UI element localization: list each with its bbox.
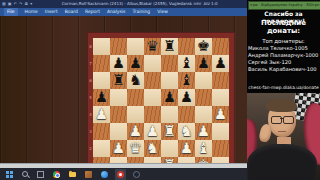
- screen: ▦ ▣ ↶ ↷ 🖶 ▾ Corman,Rolf-Sackmann (2413) …: [0, 0, 320, 180]
- streamer-hair: [266, 99, 297, 112]
- square-g3[interactable]: ♟: [195, 123, 212, 140]
- print-icon[interactable]: 🖶: [24, 2, 28, 6]
- black-pawn-b7[interactable]: ♟: [110, 55, 127, 72]
- black-pawn-h7[interactable]: ♟: [212, 55, 229, 72]
- menu-training[interactable]: Training: [132, 8, 150, 16]
- board-window-background: ♛♜♚♟♟♝♟♟♜♞♝♟♟♟♟♟♟♟♜♞♟♟♛♞♟♝♜♚ 87654321abc…: [0, 16, 247, 163]
- donor-entry: Микола Теличко-1005: [248, 45, 320, 52]
- square-f8[interactable]: [178, 38, 195, 55]
- square-h4[interactable]: ♟: [212, 106, 229, 123]
- square-d7[interactable]: [144, 55, 161, 72]
- square-e2[interactable]: [161, 140, 178, 157]
- square-a6[interactable]: [93, 72, 110, 89]
- square-c3[interactable]: ♟: [127, 123, 144, 140]
- square-a4[interactable]: ♟: [93, 106, 110, 123]
- square-g7[interactable]: ♟: [195, 55, 212, 72]
- square-h6[interactable]: [212, 72, 229, 89]
- rank-label-2: 2: [89, 147, 92, 151]
- save-icon[interactable]: ▣: [8, 2, 12, 6]
- chess-board: ♛♜♚♟♟♝♟♟♜♞♝♟♟♟♟♟♟♟♜♞♟♟♛♞♟♝♜♚: [93, 38, 229, 174]
- menu-board[interactable]: Board: [65, 8, 78, 16]
- redo-icon[interactable]: ↷: [19, 2, 22, 6]
- window-title: Corman,Rolf-Sackmann (2413) - Albus,Blak…: [32, 0, 247, 8]
- app-icon: ▦: [2, 2, 6, 6]
- square-d6[interactable]: [144, 72, 161, 89]
- stream-stats-bar: Ігри · Відбудовуємо Україну · 300грн: [248, 1, 320, 10]
- square-c7[interactable]: ♟: [127, 55, 144, 72]
- square-b5[interactable]: [110, 89, 127, 106]
- square-e8[interactable]: ♜: [161, 38, 178, 55]
- white-knight-f3[interactable]: ♞: [178, 123, 195, 140]
- square-h7[interactable]: ♟: [212, 55, 229, 72]
- square-g2[interactable]: ♝: [195, 140, 212, 157]
- white-queen-c2[interactable]: ♛: [127, 140, 144, 157]
- task-view-icon[interactable]: [37, 171, 44, 178]
- webcam-view: [247, 93, 320, 180]
- square-e4[interactable]: [161, 106, 178, 123]
- streamer-glasses: [270, 116, 294, 123]
- menu-file[interactable]: File: [4, 8, 18, 16]
- menu-insert[interactable]: Insert: [45, 8, 58, 16]
- rank-label-6: 6: [89, 79, 92, 83]
- white-pawn-b2[interactable]: ♟: [110, 140, 127, 157]
- menu-report[interactable]: Report: [85, 8, 100, 16]
- square-g6[interactable]: [195, 72, 212, 89]
- rank-label-5: 5: [89, 96, 92, 100]
- square-c2[interactable]: ♛: [127, 140, 144, 157]
- square-d2[interactable]: ♞: [144, 140, 161, 157]
- square-f2[interactable]: ♟: [178, 140, 195, 157]
- square-a8[interactable]: [93, 38, 110, 55]
- file-explorer-icon[interactable]: [69, 172, 76, 177]
- streamer-shirt: [247, 144, 317, 180]
- donor-entry: Василь Карабанович-100: [248, 66, 320, 73]
- square-g8[interactable]: ♚: [195, 38, 212, 55]
- square-a5[interactable]: ♟: [93, 89, 110, 106]
- square-f4[interactable]: [178, 106, 195, 123]
- white-knight-d2[interactable]: ♞: [144, 140, 161, 157]
- donate-link[interactable]: chess-fan-mwp.diaka.ua/donate: [247, 85, 320, 90]
- start-button-icon[interactable]: [6, 171, 13, 178]
- square-c4[interactable]: [127, 106, 144, 123]
- square-f7[interactable]: ♝: [178, 55, 195, 72]
- square-f3[interactable]: ♞: [178, 123, 195, 140]
- square-b6[interactable]: ♜: [110, 72, 127, 89]
- donor-list: Микола Теличко-1005 Андрей Паламарчук-10…: [248, 45, 320, 73]
- rank-label-4: 4: [89, 113, 92, 117]
- square-b4[interactable]: [110, 106, 127, 123]
- menu-bar: File Home Insert Board Report Analysis T…: [0, 8, 251, 16]
- steam-icon[interactable]: [133, 171, 140, 178]
- menu-view[interactable]: View: [157, 8, 168, 16]
- white-bishop-g2[interactable]: ♝: [195, 140, 212, 157]
- active-app-highlight[interactable]: [115, 169, 126, 180]
- square-c5[interactable]: [127, 89, 144, 106]
- square-b2[interactable]: ♟: [110, 140, 127, 157]
- square-d3[interactable]: ♟: [144, 123, 161, 140]
- white-pawn-a4[interactable]: ♟: [93, 106, 110, 123]
- search-icon[interactable]: [22, 171, 28, 177]
- square-e6[interactable]: [161, 72, 178, 89]
- square-e3[interactable]: ♜: [161, 123, 178, 140]
- square-c6[interactable]: ♞: [127, 72, 144, 89]
- square-h8[interactable]: [212, 38, 229, 55]
- recent-donates-title: Последние донаты:: [247, 19, 320, 35]
- black-pawn-a5[interactable]: ♟: [93, 89, 110, 106]
- rank-label-3: 3: [89, 130, 92, 134]
- square-d8[interactable]: ♛: [144, 38, 161, 55]
- edge-browser-icon[interactable]: [101, 171, 108, 178]
- square-a2[interactable]: [93, 140, 110, 157]
- black-rook-b6[interactable]: ♜: [110, 72, 127, 89]
- streamer-hand: [258, 123, 273, 143]
- stream-app-icon[interactable]: [117, 171, 124, 178]
- square-e7[interactable]: [161, 55, 178, 72]
- square-h5[interactable]: [212, 89, 229, 106]
- black-rook-e8[interactable]: ♜: [161, 38, 178, 55]
- white-pawn-g3[interactable]: ♟: [195, 123, 212, 140]
- square-f5[interactable]: ♟: [178, 89, 195, 106]
- square-a3[interactable]: [93, 123, 110, 140]
- rank-label-8: 8: [89, 45, 92, 49]
- square-f6[interactable]: ♝: [178, 72, 195, 89]
- white-pawn-h4[interactable]: ♟: [212, 106, 229, 123]
- white-pawn-f2[interactable]: ♟: [178, 140, 195, 157]
- rank-label-7: 7: [89, 62, 92, 66]
- square-b3[interactable]: [110, 123, 127, 140]
- white-pawn-c3[interactable]: ♟: [127, 123, 144, 140]
- title-bar: ▦ ▣ ↶ ↷ 🖶 ▾ Corman,Rolf-Sackmann (2413) …: [0, 0, 247, 8]
- black-knight-c6[interactable]: ♞: [127, 72, 144, 89]
- chess-board-frame: ♛♜♚♟♟♝♟♟♜♞♝♟♟♟♟♟♟♟♜♞♟♟♛♞♟♝♜♚ 87654321abc…: [88, 33, 234, 179]
- square-h3[interactable]: [212, 123, 229, 140]
- undo-icon[interactable]: ↶: [14, 2, 17, 6]
- square-e5[interactable]: ♟: [161, 89, 178, 106]
- black-pawn-g7[interactable]: ♟: [195, 55, 212, 72]
- square-a7[interactable]: [93, 55, 110, 72]
- black-bishop-f6[interactable]: ♝: [178, 72, 195, 89]
- square-b7[interactable]: ♟: [110, 55, 127, 72]
- top-donators-label: Топ донатеры:: [247, 38, 320, 44]
- black-pawn-e5[interactable]: ♟: [161, 89, 178, 106]
- black-bishop-f7[interactable]: ♝: [178, 55, 195, 72]
- square-d5[interactable]: [144, 89, 161, 106]
- menu-analysis[interactable]: Analysis: [107, 8, 126, 16]
- square-h2[interactable]: [212, 140, 229, 157]
- square-d4[interactable]: [144, 106, 161, 123]
- square-b8[interactable]: [110, 38, 127, 55]
- black-pawn-f5[interactable]: ♟: [178, 89, 195, 106]
- windows-taskbar: [0, 168, 253, 180]
- square-g4[interactable]: [195, 106, 212, 123]
- black-king-g8[interactable]: ♚: [195, 38, 212, 55]
- donor-entry: Андрей Паламарчук-1000: [248, 52, 320, 59]
- white-rook-e3[interactable]: ♜: [161, 123, 178, 140]
- chrome-icon[interactable]: [53, 171, 60, 178]
- square-g5[interactable]: [195, 89, 212, 106]
- square-c8[interactable]: [127, 38, 144, 55]
- black-queen-d8[interactable]: ♛: [144, 38, 161, 55]
- white-pawn-d3[interactable]: ♟: [144, 123, 161, 140]
- photos-app-icon[interactable]: [85, 171, 92, 178]
- black-pawn-c7[interactable]: ♟: [127, 55, 144, 72]
- donor-entry: Сергей Зык-120: [248, 59, 320, 66]
- quick-access-toolbar: ▦ ▣ ↶ ↷ 🖶 ▾: [2, 2, 32, 6]
- menu-home[interactable]: Home: [25, 8, 38, 16]
